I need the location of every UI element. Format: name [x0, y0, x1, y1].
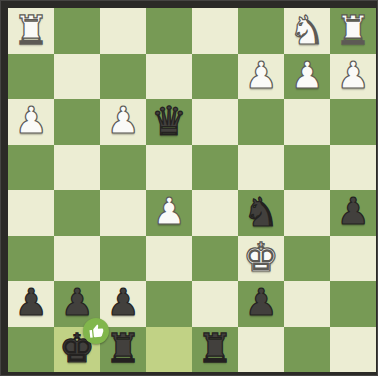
square-c6[interactable]: ♚: [238, 236, 284, 282]
square-f7[interactable]: ♟: [100, 281, 146, 327]
square-f3[interactable]: ♟: [100, 99, 146, 145]
square-d3[interactable]: [192, 99, 238, 145]
square-f1[interactable]: [100, 8, 146, 54]
piece-white-rook[interactable]: ♜: [13, 10, 49, 50]
square-c8[interactable]: [238, 327, 284, 373]
square-c3[interactable]: [238, 99, 284, 145]
square-c2[interactable]: ♟: [238, 54, 284, 100]
piece-black-pawn[interactable]: ♟: [14, 284, 47, 321]
square-d1[interactable]: [192, 8, 238, 54]
piece-white-pawn[interactable]: ♟: [336, 57, 369, 94]
square-e3[interactable]: ♛: [146, 99, 192, 145]
piece-black-pawn[interactable]: ♟: [106, 284, 139, 321]
square-c5[interactable]: ♞: [238, 190, 284, 236]
chess-board: ♜♞♜♟♟♟♟♟♛♟♞♟♚♟♟♟♟♚♜♜: [8, 8, 376, 372]
square-d2[interactable]: [192, 54, 238, 100]
piece-white-pawn[interactable]: ♟: [290, 57, 323, 94]
move-feedback-badge: [83, 318, 109, 344]
square-h3[interactable]: ♟: [8, 99, 54, 145]
square-h6[interactable]: [8, 236, 54, 282]
square-g3[interactable]: [54, 99, 100, 145]
square-a3[interactable]: [330, 99, 376, 145]
square-a8[interactable]: [330, 327, 376, 373]
square-g5[interactable]: [54, 190, 100, 236]
square-g6[interactable]: [54, 236, 100, 282]
square-c7[interactable]: ♟: [238, 281, 284, 327]
piece-black-pawn[interactable]: ♟: [336, 193, 369, 230]
square-a6[interactable]: [330, 236, 376, 282]
square-d7[interactable]: [192, 281, 238, 327]
square-a2[interactable]: ♟: [330, 54, 376, 100]
square-h1[interactable]: ♜: [8, 8, 54, 54]
square-e4[interactable]: [146, 145, 192, 191]
piece-black-rook[interactable]: ♜: [197, 328, 233, 368]
square-b8[interactable]: [284, 327, 330, 373]
piece-black-rook[interactable]: ♜: [105, 328, 141, 368]
square-h7[interactable]: ♟: [8, 281, 54, 327]
square-c1[interactable]: [238, 8, 284, 54]
square-h8[interactable]: [8, 327, 54, 373]
square-f6[interactable]: [100, 236, 146, 282]
piece-white-pawn[interactable]: ♟: [14, 102, 47, 139]
square-h4[interactable]: [8, 145, 54, 191]
piece-white-knight[interactable]: ♞: [289, 10, 325, 50]
square-a7[interactable]: [330, 281, 376, 327]
square-b3[interactable]: [284, 99, 330, 145]
thumbs-up-icon: [88, 323, 104, 339]
square-e7[interactable]: [146, 281, 192, 327]
square-c4[interactable]: [238, 145, 284, 191]
square-b2[interactable]: ♟: [284, 54, 330, 100]
square-b4[interactable]: [284, 145, 330, 191]
square-e2[interactable]: [146, 54, 192, 100]
square-f5[interactable]: [100, 190, 146, 236]
square-b1[interactable]: ♞: [284, 8, 330, 54]
square-a1[interactable]: ♜: [330, 8, 376, 54]
piece-black-knight[interactable]: ♞: [243, 192, 279, 232]
square-h5[interactable]: [8, 190, 54, 236]
square-d8[interactable]: ♜: [192, 327, 238, 373]
piece-black-pawn[interactable]: ♟: [244, 284, 277, 321]
square-e6[interactable]: [146, 236, 192, 282]
square-g1[interactable]: [54, 8, 100, 54]
piece-white-king[interactable]: ♚: [243, 237, 279, 277]
piece-white-rook[interactable]: ♜: [335, 10, 371, 50]
square-d4[interactable]: [192, 145, 238, 191]
square-g2[interactable]: [54, 54, 100, 100]
square-a5[interactable]: ♟: [330, 190, 376, 236]
square-a4[interactable]: [330, 145, 376, 191]
square-e1[interactable]: [146, 8, 192, 54]
square-b7[interactable]: [284, 281, 330, 327]
piece-white-pawn[interactable]: ♟: [244, 57, 277, 94]
piece-black-queen[interactable]: ♛: [151, 101, 187, 141]
square-g4[interactable]: [54, 145, 100, 191]
square-e5[interactable]: ♟: [146, 190, 192, 236]
piece-white-pawn[interactable]: ♟: [106, 102, 139, 139]
square-h2[interactable]: [8, 54, 54, 100]
square-e8[interactable]: [146, 327, 192, 373]
square-f2[interactable]: [100, 54, 146, 100]
piece-white-pawn[interactable]: ♟: [152, 193, 185, 230]
piece-black-pawn[interactable]: ♟: [60, 284, 93, 321]
square-f4[interactable]: [100, 145, 146, 191]
square-b5[interactable]: [284, 190, 330, 236]
square-d5[interactable]: [192, 190, 238, 236]
square-b6[interactable]: [284, 236, 330, 282]
square-d6[interactable]: [192, 236, 238, 282]
